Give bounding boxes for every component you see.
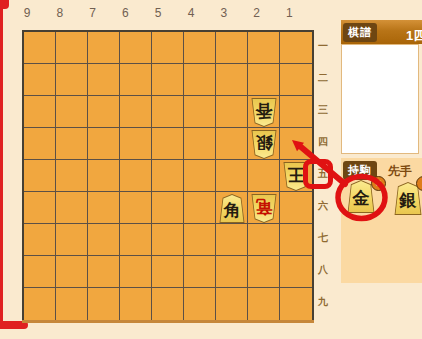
window-frame-left	[0, 0, 3, 329]
board-shadow	[22, 320, 314, 323]
board-square-2-1[interactable]	[248, 32, 280, 64]
board-square-6-1[interactable]	[120, 32, 152, 64]
board-square-3-2[interactable]	[216, 64, 248, 96]
rank-label-3: 三	[315, 103, 331, 117]
board-square-1-6[interactable]	[280, 192, 312, 224]
file-label-9: 9	[18, 6, 36, 20]
rank-label-7: 七	[315, 231, 331, 245]
koma-2四[interactable]: 銀	[251, 130, 277, 159]
board-square-1-3[interactable]	[280, 96, 312, 128]
board-square-3-7[interactable]	[216, 224, 248, 256]
board-square-8-1[interactable]	[56, 32, 88, 64]
board-square-9-1[interactable]	[24, 32, 56, 64]
board-square-5-4[interactable]	[152, 128, 184, 160]
shogi-app: 987654321 一二三四五六七八九 香銀王竜角 棋譜 1四金打 持駒 先手 …	[0, 0, 422, 339]
board-square-7-5[interactable]	[88, 160, 120, 192]
board-square-6-4[interactable]	[120, 128, 152, 160]
board-square-6-3[interactable]	[120, 96, 152, 128]
board-square-7-3[interactable]	[88, 96, 120, 128]
kifu-list-box	[341, 44, 419, 154]
board-square-8-6[interactable]	[56, 192, 88, 224]
file-label-1: 1	[280, 6, 298, 20]
board-square-5-2[interactable]	[152, 64, 184, 96]
rank-label-2: 二	[315, 71, 331, 85]
board-square-4-2[interactable]	[184, 64, 216, 96]
board-square-7-2[interactable]	[88, 64, 120, 96]
board-square-2-5[interactable]	[248, 160, 280, 192]
side-label-sente: 先手	[388, 163, 412, 180]
kifu-label: 棋譜	[343, 23, 377, 42]
file-label-8: 8	[51, 6, 69, 20]
board-square-1-1[interactable]	[280, 32, 312, 64]
board-square-5-6[interactable]	[152, 192, 184, 224]
koma-3六[interactable]: 角	[219, 194, 245, 223]
file-label-7: 7	[84, 6, 102, 20]
file-label-5: 5	[149, 6, 167, 20]
board-square-4-9[interactable]	[184, 288, 216, 320]
board-square-9-9[interactable]	[24, 288, 56, 320]
board-square-5-3[interactable]	[152, 96, 184, 128]
board-square-2-9[interactable]	[248, 288, 280, 320]
board-square-4-1[interactable]	[184, 32, 216, 64]
koma-2三[interactable]: 香	[251, 98, 277, 127]
board-square-5-5[interactable]	[152, 160, 184, 192]
board-square-2-2[interactable]	[248, 64, 280, 96]
board-square-9-5[interactable]	[24, 160, 56, 192]
board-square-2-8[interactable]	[248, 256, 280, 288]
board-square-7-6[interactable]	[88, 192, 120, 224]
board-square-8-7[interactable]	[56, 224, 88, 256]
board-square-8-3[interactable]	[56, 96, 88, 128]
board-square-3-3[interactable]	[216, 96, 248, 128]
board-square-5-9[interactable]	[152, 288, 184, 320]
board-square-7-1[interactable]	[88, 32, 120, 64]
board-square-1-9[interactable]	[280, 288, 312, 320]
shogi-board[interactable]: 香銀王竜角	[22, 30, 314, 322]
board-square-5-1[interactable]	[152, 32, 184, 64]
board-square-4-4[interactable]	[184, 128, 216, 160]
board-square-6-9[interactable]	[120, 288, 152, 320]
board-square-9-3[interactable]	[24, 96, 56, 128]
rank-label-1: 一	[315, 39, 331, 53]
board-square-1-8[interactable]	[280, 256, 312, 288]
board-square-9-6[interactable]	[24, 192, 56, 224]
board-square-1-4[interactable]	[280, 128, 312, 160]
rank-label-8: 八	[315, 263, 331, 277]
board-square-5-8[interactable]	[152, 256, 184, 288]
hand-count-badge-gold: 3	[371, 176, 386, 191]
board-square-5-7[interactable]	[152, 224, 184, 256]
board-square-6-2[interactable]	[120, 64, 152, 96]
file-label-6: 6	[116, 6, 134, 20]
board-square-1-2[interactable]	[280, 64, 312, 96]
board-square-4-8[interactable]	[184, 256, 216, 288]
board-square-8-2[interactable]	[56, 64, 88, 96]
board-square-9-4[interactable]	[24, 128, 56, 160]
board-square-4-7[interactable]	[184, 224, 216, 256]
board-square-8-5[interactable]	[56, 160, 88, 192]
board-square-7-9[interactable]	[88, 288, 120, 320]
hand-label: 持駒	[343, 161, 377, 180]
board-square-4-5[interactable]	[184, 160, 216, 192]
board-square-3-5[interactable]	[216, 160, 248, 192]
board-square-3-9[interactable]	[216, 288, 248, 320]
board-square-2-7[interactable]	[248, 224, 280, 256]
koma-2六[interactable]: 竜	[251, 194, 277, 223]
board-square-6-6[interactable]	[120, 192, 152, 224]
board-square-8-4[interactable]	[56, 128, 88, 160]
board-square-9-2[interactable]	[24, 64, 56, 96]
board-square-7-4[interactable]	[88, 128, 120, 160]
board-square-3-8[interactable]	[216, 256, 248, 288]
highlight-square-1-4[interactable]	[303, 159, 333, 189]
board-square-6-7[interactable]	[120, 224, 152, 256]
board-square-7-7[interactable]	[88, 224, 120, 256]
board-square-6-8[interactable]	[120, 256, 152, 288]
board-square-6-5[interactable]	[120, 160, 152, 192]
board-square-8-9[interactable]	[56, 288, 88, 320]
board-square-8-8[interactable]	[56, 256, 88, 288]
board-square-9-7[interactable]	[24, 224, 56, 256]
rank-label-6: 六	[315, 199, 331, 213]
board-square-3-1[interactable]	[216, 32, 248, 64]
board-square-3-4[interactable]	[216, 128, 248, 160]
file-label-3: 3	[215, 6, 233, 20]
board-square-1-7[interactable]	[280, 224, 312, 256]
file-label-4: 4	[182, 6, 200, 20]
rank-label-9: 九	[315, 295, 331, 309]
board-square-7-8[interactable]	[88, 256, 120, 288]
board-square-4-3[interactable]	[184, 96, 216, 128]
file-label-2: 2	[248, 6, 266, 20]
kifu-move-text: 1四金打	[406, 27, 422, 45]
window-frame-corner	[0, 0, 9, 9]
board-square-4-6[interactable]	[184, 192, 216, 224]
rank-label-4: 四	[315, 135, 331, 149]
board-square-9-8[interactable]	[24, 256, 56, 288]
